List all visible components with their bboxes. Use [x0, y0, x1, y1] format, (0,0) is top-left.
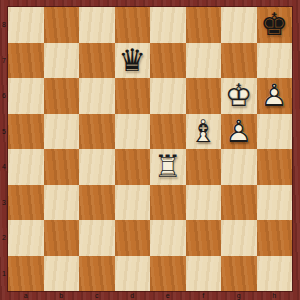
rank-label-5: 5 — [0, 114, 8, 150]
square-g7[interactable] — [221, 43, 257, 79]
white-pawn[interactable]: ♟♙ — [257, 78, 293, 114]
square-d1[interactable] — [115, 256, 151, 292]
rank-label-6: 6 — [0, 78, 8, 114]
square-d7[interactable]: ♛ — [115, 43, 151, 79]
square-b3[interactable] — [44, 185, 80, 221]
file-labels: abcdefgh — [8, 291, 292, 300]
square-b6[interactable] — [44, 78, 80, 114]
square-e2[interactable] — [150, 220, 186, 256]
square-h7[interactable] — [257, 43, 293, 79]
square-a4[interactable] — [8, 149, 44, 185]
square-a1[interactable] — [8, 256, 44, 292]
file-label-a: a — [8, 291, 44, 300]
square-a6[interactable] — [8, 78, 44, 114]
square-a5[interactable] — [8, 114, 44, 150]
square-h1[interactable] — [257, 256, 293, 292]
square-h3[interactable] — [257, 185, 293, 221]
white-rook[interactable]: ♜♖ — [150, 149, 186, 185]
file-label-g: g — [221, 291, 257, 300]
square-a8[interactable] — [8, 7, 44, 43]
square-d6[interactable] — [115, 78, 151, 114]
rank-label-4: 4 — [0, 149, 8, 185]
square-g2[interactable] — [221, 220, 257, 256]
file-label-e: e — [150, 291, 186, 300]
square-b7[interactable] — [44, 43, 80, 79]
white-king[interactable]: ♚♔ — [221, 78, 257, 114]
square-f1[interactable] — [186, 256, 222, 292]
square-f6[interactable] — [186, 78, 222, 114]
file-label-c: c — [79, 291, 115, 300]
white-bishop[interactable]: ♝♗ — [186, 114, 222, 150]
black-queen[interactable]: ♛ — [115, 43, 151, 79]
square-g6[interactable]: ♚♔ — [221, 78, 257, 114]
file-label-d: d — [115, 291, 151, 300]
file-label-h: h — [257, 291, 293, 300]
square-e4[interactable]: ♜♖ — [150, 149, 186, 185]
square-f7[interactable] — [186, 43, 222, 79]
square-f4[interactable] — [186, 149, 222, 185]
square-b2[interactable] — [44, 220, 80, 256]
chess-board-frame: ♚♛♚♔♟♙♝♗♟♙♜♖ 87654321 abcdefgh — [0, 0, 300, 300]
square-e5[interactable] — [150, 114, 186, 150]
square-a2[interactable] — [8, 220, 44, 256]
square-d3[interactable] — [115, 185, 151, 221]
square-g5[interactable]: ♟♙ — [221, 114, 257, 150]
square-e1[interactable] — [150, 256, 186, 292]
rank-label-3: 3 — [0, 185, 8, 221]
square-h8[interactable]: ♚ — [257, 7, 293, 43]
square-c8[interactable] — [79, 7, 115, 43]
rank-label-2: 2 — [0, 220, 8, 256]
white-pawn[interactable]: ♟♙ — [221, 114, 257, 150]
square-a3[interactable] — [8, 185, 44, 221]
square-h4[interactable] — [257, 149, 293, 185]
square-d8[interactable] — [115, 7, 151, 43]
square-g3[interactable] — [221, 185, 257, 221]
square-h6[interactable]: ♟♙ — [257, 78, 293, 114]
square-f5[interactable]: ♝♗ — [186, 114, 222, 150]
square-f8[interactable] — [186, 7, 222, 43]
square-f3[interactable] — [186, 185, 222, 221]
board-grid: ♚♛♚♔♟♙♝♗♟♙♜♖ — [8, 7, 292, 291]
square-c4[interactable] — [79, 149, 115, 185]
rank-label-8: 8 — [0, 7, 8, 43]
square-b5[interactable] — [44, 114, 80, 150]
square-e6[interactable] — [150, 78, 186, 114]
square-c2[interactable] — [79, 220, 115, 256]
square-g1[interactable] — [221, 256, 257, 292]
square-a7[interactable] — [8, 43, 44, 79]
square-c3[interactable] — [79, 185, 115, 221]
square-e8[interactable] — [150, 7, 186, 43]
square-c1[interactable] — [79, 256, 115, 292]
file-label-f: f — [186, 291, 222, 300]
rank-labels: 87654321 — [0, 7, 8, 291]
square-h2[interactable] — [257, 220, 293, 256]
square-b1[interactable] — [44, 256, 80, 292]
square-c6[interactable] — [79, 78, 115, 114]
square-c7[interactable] — [79, 43, 115, 79]
square-g8[interactable] — [221, 7, 257, 43]
square-b4[interactable] — [44, 149, 80, 185]
file-label-b: b — [44, 291, 80, 300]
rank-label-1: 1 — [0, 256, 8, 292]
rank-label-7: 7 — [0, 43, 8, 79]
square-e7[interactable] — [150, 43, 186, 79]
square-d5[interactable] — [115, 114, 151, 150]
square-h5[interactable] — [257, 114, 293, 150]
square-d4[interactable] — [115, 149, 151, 185]
square-d2[interactable] — [115, 220, 151, 256]
square-c5[interactable] — [79, 114, 115, 150]
square-g4[interactable] — [221, 149, 257, 185]
square-b8[interactable] — [44, 7, 80, 43]
square-e3[interactable] — [150, 185, 186, 221]
black-king[interactable]: ♚ — [257, 7, 293, 43]
square-f2[interactable] — [186, 220, 222, 256]
